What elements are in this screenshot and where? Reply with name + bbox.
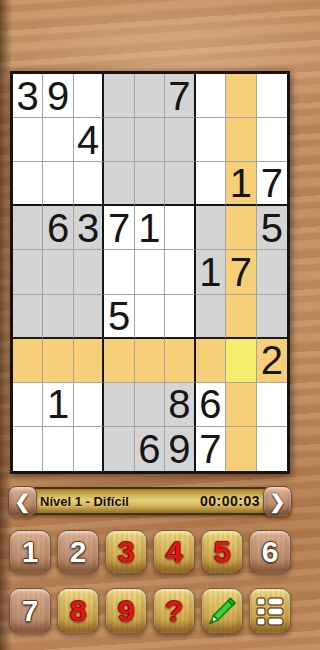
cell-r2c4[interactable] [104,118,134,162]
cell-r4c8[interactable] [226,206,256,250]
cell-r6c3[interactable] [74,295,104,339]
cell-r8c6[interactable]: 8 [165,383,195,427]
cell-r6c6[interactable] [165,295,195,339]
cell-r1c4[interactable] [104,74,134,118]
key-9[interactable]: 9 [105,588,147,633]
cell-r9c6[interactable]: 9 [165,427,195,471]
cell-r8c4[interactable] [104,383,134,427]
key-label: 7 [22,596,39,626]
cell-r9c2[interactable] [43,427,73,471]
cell-r6c1[interactable] [13,295,43,339]
cell-r8c2[interactable]: 1 [43,383,73,427]
key-label: 3 [118,537,135,567]
cell-r3c3[interactable] [74,162,104,206]
cell-r3c6[interactable] [165,162,195,206]
cell-r9c4[interactable] [104,427,134,471]
cell-r4c9[interactable]: 5 [257,206,287,250]
level-timer-bar: Nível 1 - Difícil 00:00:03 [31,487,269,515]
next-level-button[interactable]: ❯ [263,486,292,516]
cell-r7c2[interactable] [43,339,73,383]
key-5[interactable]: 5 [201,530,243,573]
cell-r3c4[interactable] [104,162,134,206]
cell-r3c8[interactable]: 1 [226,162,256,206]
cell-r5c1[interactable] [13,250,43,294]
cell-r2c2[interactable] [43,118,73,162]
cell-r8c7[interactable]: 6 [196,383,226,427]
cell-r4c3[interactable]: 3 [74,206,104,250]
cell-r6c9[interactable] [257,295,287,339]
cell-r7c3[interactable] [74,339,104,383]
cell-r1c8[interactable] [226,74,256,118]
cell-r1c2[interactable]: 9 [43,74,73,118]
cell-r6c5[interactable] [135,295,165,339]
cell-r5c3[interactable] [74,250,104,294]
cell-r4c2[interactable]: 6 [43,206,73,250]
key-1[interactable]: 1 [9,530,51,573]
cell-r7c7[interactable] [196,339,226,383]
key-pencil[interactable] [201,588,243,633]
key-2[interactable]: 2 [57,530,99,573]
prev-level-button[interactable]: ❮ [8,486,37,516]
cell-r1c9[interactable] [257,74,287,118]
cell-r8c3[interactable] [74,383,104,427]
cell-r2c3[interactable]: 4 [74,118,104,162]
cell-r9c3[interactable] [74,427,104,471]
cell-r5c4[interactable] [104,250,134,294]
cell-r4c4[interactable]: 7 [104,206,134,250]
cell-r4c5[interactable]: 1 [135,206,165,250]
key-label: 4 [166,537,183,567]
cell-r3c5[interactable] [135,162,165,206]
cell-r5c2[interactable] [43,250,73,294]
cell-r8c1[interactable] [13,383,43,427]
cell-r7c9[interactable]: 2 [257,339,287,383]
cell-r2c1[interactable] [13,118,43,162]
cell-r2c9[interactable] [257,118,287,162]
cell-r5c5[interactable] [135,250,165,294]
timer-text: 00:00:03 [200,493,260,509]
cell-r6c8[interactable] [226,295,256,339]
cell-r3c7[interactable] [196,162,226,206]
chevron-right-icon: ❯ [270,490,286,513]
cell-r9c9[interactable] [257,427,287,471]
list-icon [254,596,286,626]
cell-r5c6[interactable] [165,250,195,294]
cell-r9c8[interactable] [226,427,256,471]
cell-r7c5[interactable] [135,339,165,383]
cell-r6c4[interactable]: 5 [104,295,134,339]
cell-r5c8[interactable]: 7 [226,250,256,294]
cell-r7c4[interactable] [104,339,134,383]
key-7[interactable]: 7 [9,588,51,633]
cell-r4c6[interactable] [165,206,195,250]
cell-r6c2[interactable] [43,295,73,339]
keypad-row-2: 789? [9,588,291,633]
key-3[interactable]: 3 [105,530,147,573]
cell-r3c2[interactable] [43,162,73,206]
cell-r7c6[interactable] [165,339,195,383]
cell-r2c6[interactable] [165,118,195,162]
key-label: ? [165,596,183,626]
cell-r9c1[interactable] [13,427,43,471]
cell-r7c1[interactable] [13,339,43,383]
cell-r9c7[interactable]: 7 [196,427,226,471]
key-label: 2 [70,537,87,567]
cell-r2c5[interactable] [135,118,165,162]
key-label: 1 [22,537,39,567]
key-4[interactable]: 4 [153,530,195,573]
cell-r7c8[interactable] [226,339,256,383]
chevron-left-icon: ❮ [15,490,31,513]
key-label: 5 [214,537,231,567]
pencil-icon [206,595,238,627]
key-label: 8 [70,596,87,626]
key-list[interactable] [249,588,291,633]
cell-r5c9[interactable] [257,250,287,294]
cell-r1c3[interactable] [74,74,104,118]
cell-r4c7[interactable] [196,206,226,250]
cell-r2c8[interactable] [226,118,256,162]
key-label: 6 [262,537,279,567]
sudoku-board: 397417637151752186697 [10,71,290,474]
cell-r6c7[interactable] [196,295,226,339]
cell-r3c1[interactable] [13,162,43,206]
cell-r1c6[interactable]: 7 [165,74,195,118]
key-label: 9 [118,596,135,626]
cell-r1c1[interactable]: 3 [13,74,43,118]
key-question[interactable]: ? [153,588,195,633]
cell-r5c7[interactable]: 1 [196,250,226,294]
cell-r8c9[interactable] [257,383,287,427]
key-6[interactable]: 6 [249,530,291,573]
key-8[interactable]: 8 [57,588,99,633]
keypad-row-1: 123456 [9,530,291,573]
cell-r3c9[interactable]: 7 [257,162,287,206]
cell-r8c8[interactable] [226,383,256,427]
cell-r4c1[interactable] [13,206,43,250]
cell-r9c5[interactable]: 6 [135,427,165,471]
level-label: Nível 1 - Difícil [40,494,129,509]
cell-r8c5[interactable] [135,383,165,427]
cell-r2c7[interactable] [196,118,226,162]
cell-r1c7[interactable] [196,74,226,118]
cell-r1c5[interactable] [135,74,165,118]
